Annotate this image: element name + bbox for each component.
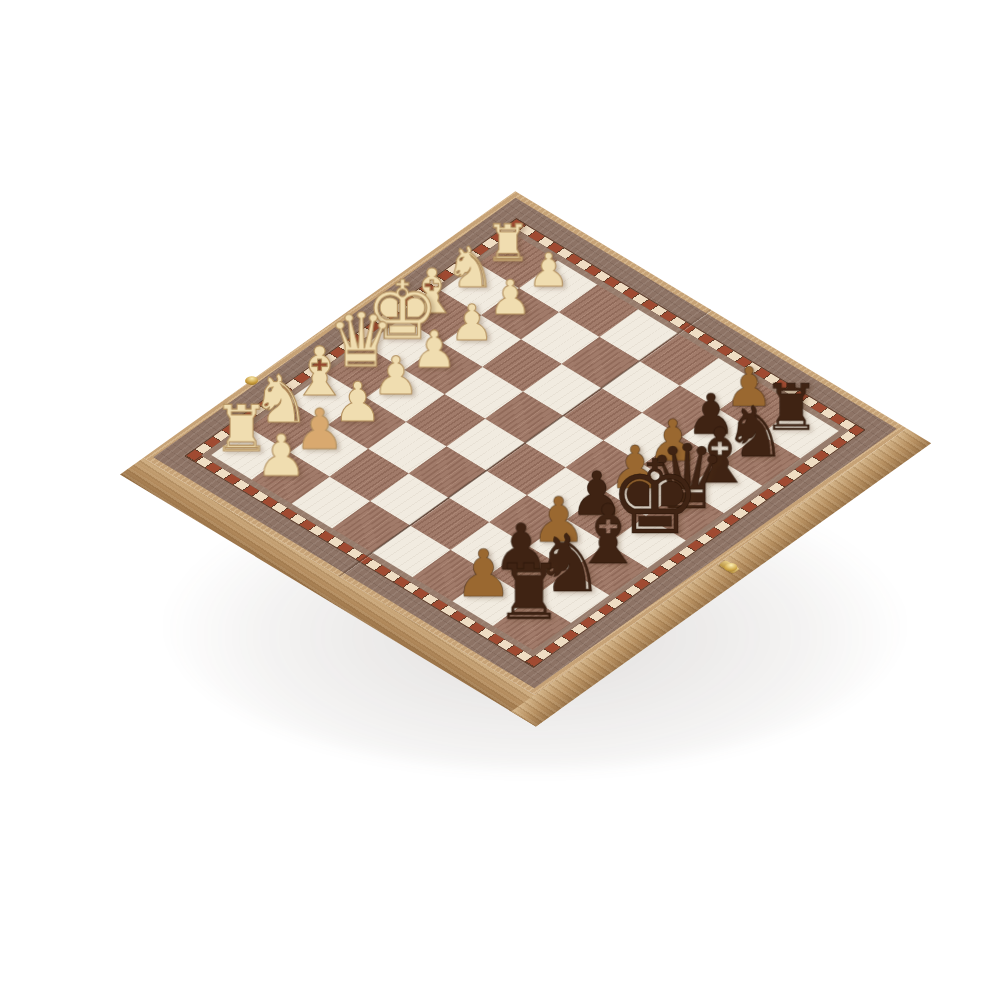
piece-bR-h8[interactable]: ♜: [494, 555, 550, 632]
product-photo-scene: ♜♟♟♜♞♟♟♞♝♟♟♝♚♟♟♛♛♟♟♚♝♟♟♝♞♟♟♞♜♟♟♜: [0, 0, 1001, 1001]
piece-wP-h2[interactable]: ♟: [253, 427, 309, 485]
